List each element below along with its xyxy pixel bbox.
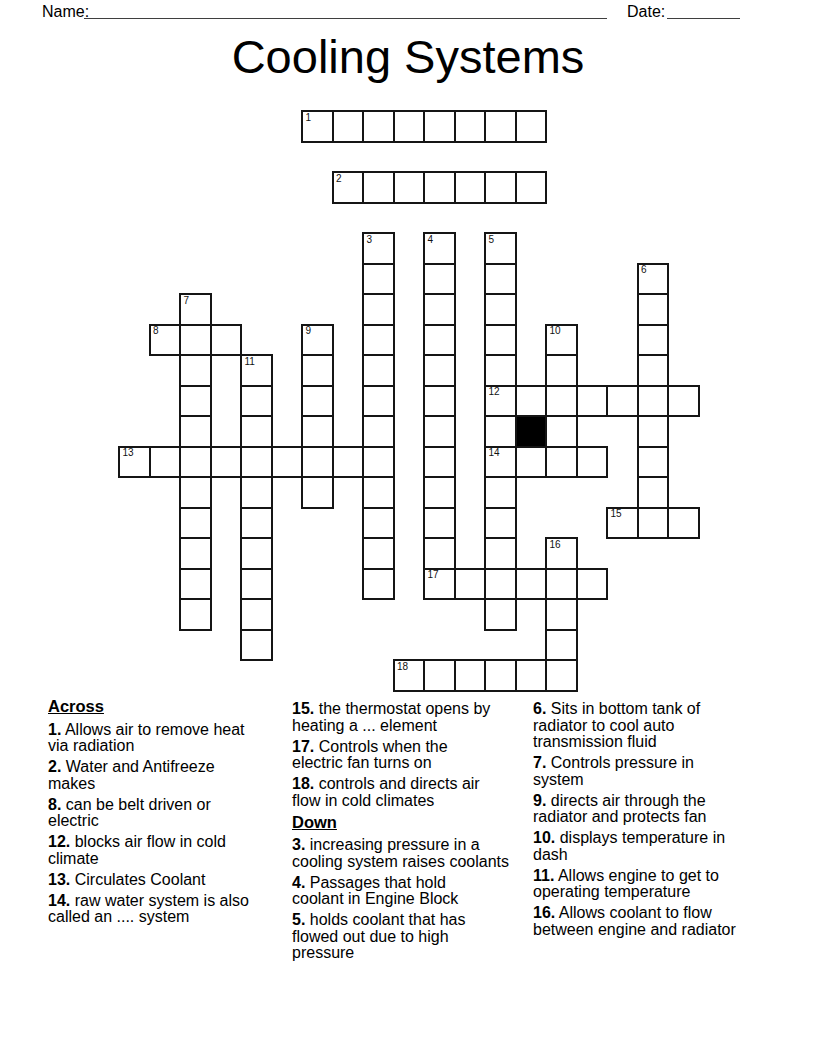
grid-cell[interactable] <box>362 171 395 204</box>
crossword-grid: 123456789101112131415161718 <box>118 110 701 693</box>
grid-cell[interactable] <box>240 598 273 631</box>
grid-cell[interactable]: 2 <box>332 171 365 204</box>
clue-text: the thermostat opens by heating a ... el… <box>292 700 490 734</box>
grid-cell[interactable] <box>454 659 487 692</box>
name-fill-line[interactable] <box>84 1 607 19</box>
grid-cell[interactable] <box>545 659 578 692</box>
grid-cell[interactable] <box>362 415 395 448</box>
clue-text: Allows air to remove heat via radiation <box>48 721 245 755</box>
grid-cell[interactable]: 13 <box>118 446 151 479</box>
grid-cell[interactable] <box>484 476 517 509</box>
grid-cell[interactable] <box>545 629 578 662</box>
grid-cell[interactable] <box>240 415 273 448</box>
grid-cell[interactable] <box>362 385 395 418</box>
grid-cell[interactable] <box>515 568 548 601</box>
clue-item: 18. controls and directs air flow in col… <box>292 776 534 809</box>
clue-item: 13. Circulates Coolant <box>48 872 288 889</box>
clue-item: 3. increasing pressure in a cooling syst… <box>292 837 534 870</box>
clue-text: can be belt driven or electric <box>48 796 211 830</box>
grid-cell[interactable] <box>484 568 517 601</box>
grid-cell[interactable] <box>637 385 670 418</box>
grid-cell[interactable] <box>423 171 456 204</box>
grid-cell[interactable] <box>423 293 456 326</box>
grid-cell[interactable]: 10 <box>545 324 578 357</box>
grid-cell[interactable]: 11 <box>240 354 273 387</box>
grid-cell[interactable] <box>667 385 700 418</box>
cell-number: 17 <box>428 570 439 580</box>
grid-cell[interactable]: 18 <box>393 659 426 692</box>
clue-number: 15. <box>292 700 314 717</box>
grid-cell[interactable] <box>179 385 212 418</box>
grid-cell[interactable] <box>545 415 578 448</box>
grid-cell[interactable] <box>179 507 212 540</box>
grid-cell[interactable] <box>545 354 578 387</box>
cell-number: 18 <box>397 662 408 672</box>
grid-cell[interactable]: 17 <box>423 568 456 601</box>
grid-cell[interactable] <box>484 293 517 326</box>
name-label: Name: <box>42 3 89 21</box>
grid-cell[interactable] <box>362 110 395 143</box>
clue-number: 18. <box>292 775 314 792</box>
clue-item: 7. Controls pressure in system <box>533 755 773 788</box>
grid-cell[interactable] <box>362 263 395 296</box>
grid-cell[interactable]: 7 <box>179 293 212 326</box>
grid-cell[interactable] <box>454 568 487 601</box>
grid-cell[interactable] <box>240 446 273 479</box>
grid-cell[interactable]: 1 <box>301 110 334 143</box>
grid-cell[interactable]: 12 <box>484 385 517 418</box>
worksheet-page: { "game": "crossword", "title": "Cooling… <box>0 0 816 1056</box>
down-heading: Down <box>292 814 534 831</box>
cell-number: 5 <box>489 235 495 245</box>
clue-number: 14. <box>48 892 70 909</box>
clue-text: raw water system is also called an .... … <box>48 892 249 926</box>
clue-number: 16. <box>533 904 555 921</box>
grid-cell[interactable] <box>240 629 273 662</box>
clue-number: 3. <box>292 836 305 853</box>
clue-text: Controls pressure in system <box>533 754 694 788</box>
grid-cell[interactable] <box>484 324 517 357</box>
clue-item: 4. Passages that hold coolant in Engine … <box>292 875 534 908</box>
clue-number: 8. <box>48 796 61 813</box>
grid-cell[interactable]: 8 <box>149 324 182 357</box>
clue-number: 7. <box>533 754 546 771</box>
clues-column-2: 15. the thermostat opens by heating a ..… <box>292 701 534 966</box>
grid-cell[interactable] <box>423 385 456 418</box>
grid-cell[interactable] <box>423 324 456 357</box>
grid-cell[interactable] <box>576 446 609 479</box>
grid-cell[interactable] <box>484 598 517 631</box>
clue-number: 5. <box>292 911 305 928</box>
cell-number: 8 <box>153 326 159 336</box>
date-label: Date: <box>627 3 665 21</box>
grid-cell[interactable] <box>301 476 334 509</box>
grid-cell[interactable] <box>484 354 517 387</box>
grid-cell[interactable] <box>362 476 395 509</box>
grid-cell[interactable]: 14 <box>484 446 517 479</box>
cell-number: 15 <box>611 509 622 519</box>
clues-column-3: 6. Sits in bottom tank of radiator to co… <box>533 701 773 943</box>
clue-text: controls and directs air flow in cold cl… <box>292 775 480 809</box>
clue-text: blocks air flow in cold climate <box>48 833 226 867</box>
clue-item: 12. blocks air flow in cold climate <box>48 834 288 867</box>
clue-number: 9. <box>533 792 546 809</box>
grid-cell[interactable] <box>149 446 182 479</box>
grid-cell[interactable]: 5 <box>484 232 517 265</box>
clue-item: 17. Controls when the electric fan turns… <box>292 739 534 772</box>
clue-item: 14. raw water system is also called an .… <box>48 893 288 926</box>
grid-cell[interactable] <box>576 385 609 418</box>
grid-cell[interactable]: 15 <box>606 507 639 540</box>
grid-cell[interactable] <box>637 507 670 540</box>
clue-number: 2. <box>48 758 61 775</box>
grid-cell[interactable] <box>362 507 395 540</box>
clue-item: 10. displays temperature in dash <box>533 830 773 863</box>
grid-cell[interactable] <box>637 446 670 479</box>
grid-cell[interactable] <box>179 568 212 601</box>
clue-text: increasing pressure in a cooling system … <box>292 836 509 870</box>
grid-cell[interactable] <box>362 293 395 326</box>
grid-cell[interactable] <box>484 171 517 204</box>
grid-cell[interactable] <box>362 324 395 357</box>
clue-item: 5. holds coolant that has flowed out due… <box>292 912 534 962</box>
grid-cell[interactable] <box>484 415 517 448</box>
grid-cell[interactable] <box>515 110 548 143</box>
clue-number: 4. <box>292 874 305 891</box>
grid-cell[interactable] <box>637 476 670 509</box>
clue-item: 8. can be belt driven or electric <box>48 797 288 830</box>
grid-cell[interactable] <box>423 110 456 143</box>
grid-cell[interactable] <box>240 507 273 540</box>
grid-cell[interactable] <box>210 324 243 357</box>
grid-cell[interactable] <box>423 476 456 509</box>
grid-cell[interactable] <box>332 446 365 479</box>
grid-cell[interactable] <box>576 568 609 601</box>
grid-cell[interactable] <box>423 507 456 540</box>
clue-item: 2. Water and Antifreeze makes <box>48 759 288 792</box>
grid-cell[interactable] <box>240 537 273 570</box>
grid-cell[interactable] <box>301 354 334 387</box>
grid-cell[interactable] <box>515 659 548 692</box>
clues-column-1: Across1. Allows air to remove heat via r… <box>48 698 288 930</box>
clue-text: displays temperature in dash <box>533 829 725 863</box>
grid-cell[interactable] <box>179 354 212 387</box>
grid-cell[interactable] <box>484 507 517 540</box>
grid-cell[interactable] <box>423 354 456 387</box>
clue-item: 11. Allows engine to get to operating te… <box>533 868 773 901</box>
cell-number: 3 <box>367 235 373 245</box>
grid-cell[interactable] <box>271 446 304 479</box>
cell-number: 6 <box>641 265 647 275</box>
cell-number: 11 <box>245 357 255 367</box>
clue-text: Water and Antifreeze makes <box>48 758 215 792</box>
across-heading: Across <box>48 698 288 715</box>
grid-cell[interactable] <box>210 446 243 479</box>
grid-cell[interactable]: 3 <box>362 232 395 265</box>
grid-cell[interactable] <box>484 659 517 692</box>
clue-number: 10. <box>533 829 555 846</box>
grid-cell[interactable] <box>362 354 395 387</box>
clue-number: 1. <box>48 721 61 738</box>
grid-cell[interactable] <box>240 476 273 509</box>
grid-cell[interactable] <box>545 385 578 418</box>
grid-cell[interactable] <box>179 476 212 509</box>
grid-cell[interactable] <box>301 446 334 479</box>
date-fill-line[interactable] <box>667 1 740 19</box>
clue-text: Allows coolant to flow between engine an… <box>533 904 736 938</box>
clue-item: 6. Sits in bottom tank of radiator to co… <box>533 701 773 751</box>
grid-cell[interactable] <box>454 110 487 143</box>
grid-cell[interactable] <box>301 385 334 418</box>
grid-cell[interactable] <box>362 568 395 601</box>
grid-cell[interactable] <box>362 537 395 570</box>
grid-cell[interactable] <box>454 171 487 204</box>
grid-cell[interactable] <box>393 110 426 143</box>
grid-cell[interactable] <box>637 293 670 326</box>
grid-cell[interactable] <box>240 385 273 418</box>
grid-cell[interactable] <box>545 446 578 479</box>
clue-item: 16. Allows coolant to flow between engin… <box>533 905 773 938</box>
grid-cell[interactable] <box>545 568 578 601</box>
grid-cell[interactable] <box>301 415 334 448</box>
grid-cell[interactable] <box>179 446 212 479</box>
grid-cell[interactable] <box>393 171 426 204</box>
cell-number: 4 <box>428 235 434 245</box>
grid-cell[interactable] <box>484 110 517 143</box>
cell-number: 1 <box>306 113 312 123</box>
grid-cell[interactable] <box>179 415 212 448</box>
grid-cell[interactable] <box>637 324 670 357</box>
grid-cell[interactable] <box>515 385 548 418</box>
grid-cell[interactable] <box>362 446 395 479</box>
cell-number: 9 <box>306 326 312 336</box>
grid-cell[interactable] <box>515 171 548 204</box>
clue-text: Passages that hold coolant in Engine Blo… <box>292 874 458 908</box>
grid-cell[interactable] <box>240 568 273 601</box>
cell-number: 12 <box>489 387 500 397</box>
grid-cell[interactable] <box>179 324 212 357</box>
cell-number: 2 <box>336 174 342 184</box>
clue-item: 9. directs air through the radiator and … <box>533 793 773 826</box>
clue-number: 12. <box>48 833 70 850</box>
clue-text: holds coolant that has flowed out due to… <box>292 911 465 961</box>
clue-item: 1. Allows air to remove heat via radiati… <box>48 722 288 755</box>
grid-cell[interactable] <box>637 415 670 448</box>
cell-number: 7 <box>184 296 190 306</box>
grid-cell[interactable] <box>423 263 456 296</box>
grid-cell[interactable] <box>179 537 212 570</box>
grid-cell[interactable] <box>423 537 456 570</box>
grid-cell[interactable]: 4 <box>423 232 456 265</box>
cell-number: 10 <box>550 326 561 336</box>
grid-cell[interactable] <box>606 385 639 418</box>
grid-cell[interactable] <box>484 263 517 296</box>
grid-cell[interactable] <box>545 598 578 631</box>
clue-number: 6. <box>533 700 546 717</box>
clue-number: 17. <box>292 738 314 755</box>
black-cell <box>515 415 548 448</box>
grid-cell[interactable] <box>423 659 456 692</box>
clue-text: Circulates Coolant <box>75 871 206 888</box>
clue-text: Allows engine to get to operating temper… <box>533 867 719 901</box>
clue-number: 13. <box>48 871 70 888</box>
clue-item: 15. the thermostat opens by heating a ..… <box>292 701 534 734</box>
grid-cell[interactable] <box>484 537 517 570</box>
page-title: Cooling Systems <box>0 30 816 84</box>
grid-cell[interactable] <box>179 598 212 631</box>
clue-number: 11. <box>533 867 554 884</box>
grid-cell[interactable] <box>515 446 548 479</box>
grid-cell[interactable]: 6 <box>637 263 670 296</box>
grid-cell[interactable] <box>637 354 670 387</box>
cell-number: 13 <box>123 448 134 458</box>
grid-cell[interactable] <box>423 446 456 479</box>
grid-cell[interactable]: 9 <box>301 324 334 357</box>
clue-text: Sits in bottom tank of radiator to cool … <box>533 700 700 750</box>
cell-number: 14 <box>489 448 500 458</box>
grid-cell[interactable] <box>423 415 456 448</box>
cell-number: 16 <box>550 540 561 550</box>
grid-cell[interactable] <box>332 110 365 143</box>
clue-text: directs air through the radiator and pro… <box>533 792 706 826</box>
clue-text: Controls when the electric fan turns on <box>292 738 448 772</box>
grid-cell[interactable]: 16 <box>545 537 578 570</box>
grid-cell[interactable] <box>667 507 700 540</box>
